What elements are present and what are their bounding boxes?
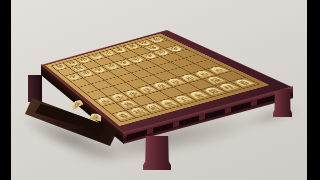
table-leg-front — [143, 136, 171, 170]
photo-backdrop: 歩歩 香桂銀金王金銀桂香飛角歩歩歩歩歩歩歩歩歩歩歩歩歩歩歩歩歩歩角飛香桂銀金王金… — [11, 0, 307, 180]
table-leg-left — [28, 75, 42, 102]
table-leg-right — [273, 89, 292, 117]
letterboxed-frame: 歩歩 香桂銀金王金銀桂香飛角歩歩歩歩歩歩歩歩歩歩歩歩歩歩歩歩歩歩角飛香桂銀金王金… — [0, 0, 320, 180]
